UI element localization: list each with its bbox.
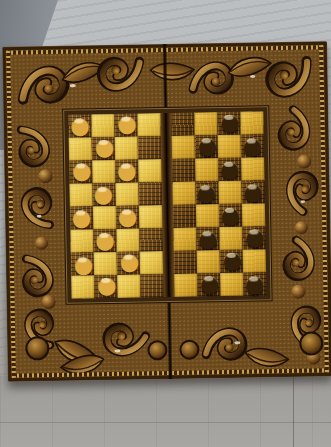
light-checker[interactable]: ● <box>92 183 114 205</box>
square-r4c3[interactable] <box>115 183 138 206</box>
square-r2c5[interactable] <box>172 136 195 159</box>
checkers-board: ●●●●●●●●●●●● ●●●●●●●●●●●● <box>2 41 331 382</box>
square-r5c5[interactable] <box>173 205 196 228</box>
dark-checker[interactable]: ● <box>241 135 263 157</box>
floor-plank-joint-horizontal <box>0 422 331 423</box>
square-r5c6[interactable] <box>196 204 219 227</box>
light-checker[interactable]: ● <box>71 160 93 182</box>
square-r1c8[interactable] <box>240 111 263 134</box>
square-r6c2[interactable]: ● <box>93 229 116 252</box>
light-checker[interactable]: ● <box>116 113 138 135</box>
dark-checker[interactable]: ● <box>199 273 221 295</box>
board-right-half: ●●●●●●●●●●●● <box>171 111 266 297</box>
square-r3c3[interactable]: ● <box>115 160 138 183</box>
square-r3c2[interactable] <box>92 160 115 183</box>
square-r8c1[interactable] <box>71 275 94 298</box>
square-r5c2[interactable] <box>93 206 116 229</box>
square-r2c8[interactable]: ● <box>241 134 264 157</box>
light-checker[interactable]: ● <box>118 251 140 273</box>
square-r6c5[interactable] <box>173 228 196 251</box>
dark-checker[interactable]: ● <box>219 111 241 133</box>
dark-checker[interactable]: ● <box>244 226 266 248</box>
square-r2c7[interactable] <box>218 135 241 158</box>
square-r7c5[interactable] <box>174 250 197 273</box>
square-r8c6[interactable]: ● <box>197 273 220 296</box>
floor-plank-joint <box>293 376 294 447</box>
square-r5c1[interactable]: ● <box>70 206 93 229</box>
light-checker[interactable]: ● <box>96 274 118 296</box>
square-r3c6[interactable] <box>195 158 218 181</box>
square-r2c6[interactable]: ● <box>195 135 218 158</box>
square-r6c6[interactable]: ● <box>196 227 219 250</box>
square-r2c4[interactable] <box>138 136 161 159</box>
dark-checker[interactable]: ● <box>244 273 266 295</box>
dark-checker[interactable]: ● <box>195 182 217 204</box>
square-r8c2[interactable]: ● <box>94 275 117 298</box>
square-r6c1[interactable] <box>70 229 93 252</box>
square-r8c8[interactable]: ● <box>243 272 266 295</box>
square-r8c4[interactable] <box>140 274 163 297</box>
square-r2c2[interactable]: ● <box>92 137 115 160</box>
square-r1c4[interactable] <box>137 113 160 136</box>
square-r4c7[interactable] <box>218 181 241 204</box>
light-checker[interactable]: ● <box>93 136 115 158</box>
dark-checker[interactable]: ● <box>197 228 219 250</box>
dark-checker[interactable]: ● <box>219 204 241 226</box>
square-r3c4[interactable] <box>138 159 161 182</box>
light-checker[interactable]: ● <box>116 206 138 228</box>
square-r4c6[interactable]: ● <box>195 181 218 204</box>
square-r7c7[interactable]: ● <box>220 250 243 273</box>
square-r7c8[interactable] <box>243 249 266 272</box>
square-r4c4[interactable] <box>138 182 161 205</box>
square-r5c4[interactable] <box>139 205 162 228</box>
square-r2c3[interactable] <box>115 137 138 160</box>
square-r4c1[interactable] <box>70 183 93 206</box>
square-r8c7[interactable] <box>220 273 243 296</box>
square-r4c5[interactable] <box>172 182 195 205</box>
square-r8c5[interactable] <box>174 273 197 296</box>
square-r1c5[interactable] <box>171 113 194 136</box>
dark-checker[interactable]: ● <box>242 181 264 203</box>
square-r3c5[interactable] <box>172 159 195 182</box>
square-r1c3[interactable]: ● <box>114 114 137 137</box>
light-checker[interactable]: ● <box>69 115 91 137</box>
square-r8c3[interactable] <box>117 274 140 297</box>
square-r5c3[interactable]: ● <box>116 205 139 228</box>
square-r3c7[interactable]: ● <box>218 158 241 181</box>
dark-checker[interactable]: ● <box>196 135 218 157</box>
square-r6c4[interactable] <box>139 228 162 251</box>
light-checker[interactable]: ● <box>72 254 94 276</box>
dark-checker[interactable]: ● <box>219 158 241 180</box>
square-r1c1[interactable]: ● <box>68 114 91 137</box>
square-r4c2[interactable]: ● <box>92 183 115 206</box>
square-r5c7[interactable]: ● <box>219 204 242 227</box>
square-r3c8[interactable] <box>241 157 264 180</box>
floor-planks <box>0 376 331 447</box>
square-r6c8[interactable]: ● <box>242 226 265 249</box>
square-r4c8[interactable]: ● <box>241 180 264 203</box>
square-r7c1[interactable]: ● <box>71 252 94 275</box>
playing-field: ●●●●●●●●●●●● ●●●●●●●●●●●● <box>64 107 270 303</box>
square-r7c3[interactable]: ● <box>117 251 140 274</box>
light-checker[interactable]: ● <box>94 229 116 251</box>
dark-checker[interactable]: ● <box>221 249 243 271</box>
square-r1c7[interactable]: ● <box>217 112 240 135</box>
light-checker[interactable]: ● <box>116 160 138 182</box>
square-r3c1[interactable]: ● <box>69 160 92 183</box>
light-checker[interactable]: ● <box>70 207 92 229</box>
scene: { "game": "checkers (draughts)", "scene"… <box>0 0 331 447</box>
board-left-half: ●●●●●●●●●●●● <box>68 113 163 299</box>
square-r7c4[interactable] <box>140 251 163 274</box>
